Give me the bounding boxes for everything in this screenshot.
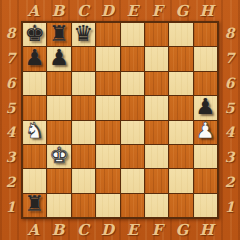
rank-label-2: 2 [219, 170, 240, 195]
square-c7[interactable] [72, 47, 95, 70]
square-g7[interactable] [169, 47, 192, 70]
square-h8[interactable] [194, 23, 217, 46]
square-h7[interactable] [194, 47, 217, 70]
square-g1[interactable] [169, 194, 192, 217]
rank-label-5: 5 [219, 95, 240, 120]
file-label-h: H [194, 0, 219, 21]
file-label-h: H [194, 219, 219, 240]
square-c3[interactable] [72, 145, 95, 168]
file-label-d: D [95, 219, 120, 240]
square-h4[interactable]: ♟ [194, 121, 217, 144]
rank-label-7: 7 [219, 46, 240, 71]
rank-label-5: 5 [0, 95, 21, 120]
black-pawn[interactable]: ♟ [49, 47, 69, 69]
square-d4[interactable] [96, 121, 119, 144]
rank-label-1: 1 [0, 194, 21, 219]
square-g3[interactable] [169, 145, 192, 168]
black-pawn[interactable]: ♟ [25, 47, 45, 69]
square-e8[interactable] [121, 23, 144, 46]
square-g5[interactable] [169, 96, 192, 119]
file-label-a: A [21, 0, 46, 21]
square-c2[interactable] [72, 169, 95, 192]
file-label-c: C [71, 219, 96, 240]
square-h2[interactable] [194, 169, 217, 192]
rank-label-3: 3 [0, 145, 21, 170]
rank-label-8: 8 [0, 21, 21, 46]
black-queen[interactable]: ♛ [74, 23, 94, 45]
square-f4[interactable] [145, 121, 168, 144]
square-e2[interactable] [121, 169, 144, 192]
square-d6[interactable] [96, 72, 119, 95]
square-b2[interactable] [47, 169, 70, 192]
file-label-g: G [170, 0, 195, 21]
rank-label-4: 4 [0, 120, 21, 145]
file-label-e: E [120, 219, 145, 240]
rank-labels-right: 87654321 [219, 21, 240, 219]
square-c8[interactable]: ♛ [72, 23, 95, 46]
square-h5[interactable]: ♟ [194, 96, 217, 119]
rank-label-1: 1 [219, 194, 240, 219]
square-b3[interactable]: ♚ [47, 145, 70, 168]
rank-label-8: 8 [219, 21, 240, 46]
square-d3[interactable] [96, 145, 119, 168]
white-pawn[interactable]: ♟ [195, 120, 215, 142]
square-c5[interactable] [72, 96, 95, 119]
square-b6[interactable] [47, 72, 70, 95]
square-d5[interactable] [96, 96, 119, 119]
square-f8[interactable] [145, 23, 168, 46]
square-d2[interactable] [96, 169, 119, 192]
square-c4[interactable] [72, 121, 95, 144]
file-label-d: D [95, 0, 120, 21]
square-d7[interactable] [96, 47, 119, 70]
square-f5[interactable] [145, 96, 168, 119]
square-d8[interactable] [96, 23, 119, 46]
square-b7[interactable]: ♟ [47, 47, 70, 70]
rank-label-7: 7 [0, 46, 21, 71]
chess-board-screen: ABCDEFGH ABCDEFGH 87654321 87654321 ♚♜♛♟… [0, 0, 240, 240]
square-a6[interactable] [23, 72, 46, 95]
square-b8[interactable]: ♜ [47, 23, 70, 46]
square-c1[interactable] [72, 194, 95, 217]
rank-labels-left: 87654321 [0, 21, 21, 219]
rank-label-3: 3 [219, 145, 240, 170]
square-g6[interactable] [169, 72, 192, 95]
square-g2[interactable] [169, 169, 192, 192]
rank-label-2: 2 [0, 170, 21, 195]
file-label-f: F [145, 0, 170, 21]
file-label-b: B [46, 219, 71, 240]
square-a2[interactable] [23, 169, 46, 192]
square-f6[interactable] [145, 72, 168, 95]
square-a1[interactable]: ♜ [23, 194, 46, 217]
file-label-b: B [46, 0, 71, 21]
square-e6[interactable] [121, 72, 144, 95]
file-label-f: F [145, 219, 170, 240]
rank-label-6: 6 [0, 71, 21, 96]
square-e3[interactable] [121, 145, 144, 168]
rank-label-4: 4 [219, 120, 240, 145]
square-g8[interactable] [169, 23, 192, 46]
black-king[interactable]: ♚ [25, 23, 45, 45]
file-label-a: A [21, 219, 46, 240]
square-c6[interactable] [72, 72, 95, 95]
square-g4[interactable] [169, 121, 192, 144]
square-b4[interactable] [47, 121, 70, 144]
square-f2[interactable] [145, 169, 168, 192]
white-knight[interactable]: ♞ [25, 120, 45, 142]
square-h1[interactable] [194, 194, 217, 217]
square-a5[interactable] [23, 96, 46, 119]
file-label-e: E [120, 0, 145, 21]
chess-board[interactable]: ♚♜♛♟♟♟♞♟♚♜ [21, 21, 219, 219]
black-rook[interactable]: ♜ [49, 23, 69, 45]
square-d1[interactable] [96, 194, 119, 217]
square-f3[interactable] [145, 145, 168, 168]
file-label-g: G [170, 219, 195, 240]
black-pawn[interactable]: ♟ [195, 96, 215, 118]
square-a4[interactable]: ♞ [23, 121, 46, 144]
black-rook[interactable]: ♜ [25, 193, 45, 215]
file-labels-bottom: ABCDEFGH [21, 219, 219, 240]
square-b1[interactable] [47, 194, 70, 217]
square-a8[interactable]: ♚ [23, 23, 46, 46]
square-a7[interactable]: ♟ [23, 47, 46, 70]
square-f1[interactable] [145, 194, 168, 217]
square-e4[interactable] [121, 121, 144, 144]
square-e1[interactable] [121, 194, 144, 217]
square-b5[interactable] [47, 96, 70, 119]
square-e5[interactable] [121, 96, 144, 119]
square-e7[interactable] [121, 47, 144, 70]
file-labels-top: ABCDEFGH [21, 0, 219, 21]
rank-label-6: 6 [219, 71, 240, 96]
file-label-c: C [71, 0, 96, 21]
square-a3[interactable] [23, 145, 46, 168]
white-king[interactable]: ♚ [49, 145, 69, 167]
square-h6[interactable] [194, 72, 217, 95]
square-f7[interactable] [145, 47, 168, 70]
square-h3[interactable] [194, 145, 217, 168]
